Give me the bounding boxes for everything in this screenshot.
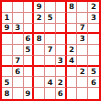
cell-r2c6[interactable] [56,13,67,24]
cell-r8c2[interactable] [13,77,24,88]
cell-r6c9[interactable] [88,56,99,67]
cell-r9c3: 9 [24,88,35,99]
cell-r1c8[interactable] [77,2,88,13]
cell-r2c5: 5 [45,13,56,24]
cell-r5c2[interactable] [13,45,24,56]
cell-r2c4: 2 [34,13,45,24]
cell-r8c3[interactable] [24,77,35,88]
cell-r1c3[interactable] [24,2,35,13]
cell-r5c7: 2 [67,45,78,56]
cell-r6c2: 7 [13,56,24,67]
cell-r3c9[interactable] [88,24,99,35]
cell-r2c1: 1 [2,13,13,24]
cell-r9c4[interactable] [34,88,45,99]
cell-r4c8: 3 [77,34,88,45]
cell-r6c4[interactable] [34,56,45,67]
cell-r8c9: 6 [88,77,99,88]
cell-r8c1: 5 [2,77,13,88]
cell-r3c6[interactable] [56,24,67,35]
cell-r7c3[interactable] [24,67,35,78]
cell-r6c3[interactable] [24,56,35,67]
cell-r3c7[interactable] [67,24,78,35]
cell-r6c8[interactable] [77,56,88,67]
cell-r8c7[interactable] [67,77,78,88]
cell-r5c5: 7 [45,45,56,56]
cell-r1c6[interactable] [56,2,67,13]
cell-r4c4: 8 [34,34,45,45]
cell-r4c3: 6 [24,34,35,45]
cell-r1c7: 8 [67,2,78,13]
cell-r5c9[interactable] [88,45,99,56]
cell-r2c9: 3 [88,13,99,24]
cell-r7c2: 6 [13,67,24,78]
cell-r8c8[interactable] [77,77,88,88]
cell-r9c8[interactable] [77,88,88,99]
cell-r3c8: 7 [77,24,88,35]
cell-r7c1[interactable] [2,67,13,78]
cell-r7c8: 2 [77,67,88,78]
cell-r6c5[interactable] [45,56,56,67]
cell-r3c1: 9 [2,24,13,35]
cell-r9c9[interactable] [88,88,99,99]
cell-r3c5[interactable] [45,24,56,35]
cell-r3c2: 3 [13,24,24,35]
cell-r1c2[interactable] [13,2,24,13]
cell-r1c1[interactable] [2,2,13,13]
cell-r1c4: 9 [34,2,45,13]
cell-r7c6[interactable] [56,67,67,78]
cell-r4c1[interactable] [2,34,13,45]
cell-r9c2[interactable] [13,88,24,99]
cell-r9c5[interactable] [45,88,56,99]
cell-r9c6: 6 [56,88,67,99]
cell-r4c6[interactable] [56,34,67,45]
cell-r6c1[interactable] [2,56,13,67]
cell-r7c9: 5 [88,67,99,78]
cell-r7c5[interactable] [45,67,56,78]
cell-r1c5[interactable] [45,2,56,13]
cell-r8c4[interactable] [34,77,45,88]
cell-r7c4[interactable] [34,67,45,78]
cell-r5c4[interactable] [34,45,45,56]
cell-r1c9: 2 [88,2,99,13]
cell-r8c6: 2 [56,77,67,88]
cell-r2c7[interactable] [67,13,78,24]
cell-r7c7[interactable] [67,67,78,78]
cell-r6c7: 4 [67,56,78,67]
cell-r2c3[interactable] [24,13,35,24]
cell-r5c8[interactable] [77,45,88,56]
cell-r3c4[interactable] [34,24,45,35]
cell-r9c1: 8 [2,88,13,99]
cell-r5c6[interactable] [56,45,67,56]
cell-r4c9[interactable] [88,34,99,45]
cell-r2c2[interactable] [13,13,24,24]
sudoku-board: 98212539376835727346255426896 [0,0,101,101]
cell-r3c3[interactable] [24,24,35,35]
cell-r8c5: 4 [45,77,56,88]
cell-r4c5[interactable] [45,34,56,45]
cell-r4c2[interactable] [13,34,24,45]
cell-r2c8[interactable] [77,13,88,24]
cell-r4c7[interactable] [67,34,78,45]
cell-r6c6: 3 [56,56,67,67]
cell-r9c7[interactable] [67,88,78,99]
cell-r5c1[interactable] [2,45,13,56]
cell-r5c3: 5 [24,45,35,56]
